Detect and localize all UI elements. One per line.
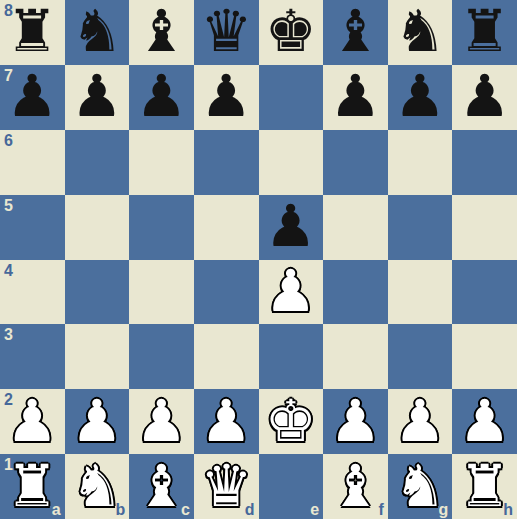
piece-black-pawn[interactable]: ♟︎ xyxy=(394,67,446,125)
square-f2[interactable]: ♟︎ xyxy=(323,389,388,454)
piece-white-pawn[interactable]: ♟︎ xyxy=(394,392,446,450)
square-a4[interactable]: 4 xyxy=(0,260,65,325)
square-e1[interactable]: e xyxy=(259,454,324,519)
piece-white-rook[interactable]: ♜︎ xyxy=(459,457,511,515)
square-d2[interactable]: ♟︎ xyxy=(194,389,259,454)
piece-black-pawn[interactable]: ♟︎ xyxy=(265,197,317,255)
square-e8[interactable]: ♚︎ xyxy=(259,0,324,65)
square-b6[interactable] xyxy=(65,130,130,195)
square-g2[interactable]: ♟︎ xyxy=(388,389,453,454)
square-g3[interactable] xyxy=(388,324,453,389)
square-f3[interactable] xyxy=(323,324,388,389)
square-h5[interactable] xyxy=(452,195,517,260)
square-g8[interactable]: ♞︎ xyxy=(388,0,453,65)
square-g4[interactable] xyxy=(388,260,453,325)
square-a3[interactable]: 3 xyxy=(0,324,65,389)
square-f4[interactable] xyxy=(323,260,388,325)
square-b7[interactable]: ♟︎ xyxy=(65,65,130,130)
square-a1[interactable]: 1a♜︎ xyxy=(0,454,65,519)
square-g1[interactable]: g♞︎ xyxy=(388,454,453,519)
rank-label-3: 3 xyxy=(4,327,13,343)
square-c6[interactable] xyxy=(129,130,194,195)
square-a5[interactable]: 5 xyxy=(0,195,65,260)
rank-label-6: 6 xyxy=(4,133,13,149)
square-d3[interactable] xyxy=(194,324,259,389)
piece-black-pawn[interactable]: ♟︎ xyxy=(6,67,58,125)
square-c8[interactable]: ♝︎ xyxy=(129,0,194,65)
piece-white-rook[interactable]: ♜︎ xyxy=(6,457,58,515)
piece-black-queen[interactable]: ♛︎ xyxy=(200,2,252,60)
square-h8[interactable]: ♜︎ xyxy=(452,0,517,65)
square-b3[interactable] xyxy=(65,324,130,389)
square-e7[interactable] xyxy=(259,65,324,130)
square-c4[interactable] xyxy=(129,260,194,325)
piece-black-pawn[interactable]: ♟︎ xyxy=(71,67,123,125)
piece-white-pawn[interactable]: ♟︎ xyxy=(459,392,511,450)
square-d7[interactable]: ♟︎ xyxy=(194,65,259,130)
piece-black-pawn[interactable]: ♟︎ xyxy=(136,67,188,125)
square-c1[interactable]: c♝︎ xyxy=(129,454,194,519)
square-b1[interactable]: b♞︎ xyxy=(65,454,130,519)
square-b5[interactable] xyxy=(65,195,130,260)
square-a2[interactable]: 2♟︎ xyxy=(0,389,65,454)
square-e4[interactable]: ♟︎ xyxy=(259,260,324,325)
piece-white-pawn[interactable]: ♟︎ xyxy=(136,392,188,450)
square-b8[interactable]: ♞︎ xyxy=(65,0,130,65)
square-e5[interactable]: ♟︎ xyxy=(259,195,324,260)
square-f5[interactable] xyxy=(323,195,388,260)
square-c3[interactable] xyxy=(129,324,194,389)
rank-label-5: 5 xyxy=(4,198,13,214)
square-d6[interactable] xyxy=(194,130,259,195)
square-e3[interactable] xyxy=(259,324,324,389)
square-f1[interactable]: f♝︎ xyxy=(323,454,388,519)
square-f8[interactable]: ♝︎ xyxy=(323,0,388,65)
piece-black-pawn[interactable]: ♟︎ xyxy=(329,67,381,125)
piece-black-pawn[interactable]: ♟︎ xyxy=(200,67,252,125)
square-h6[interactable] xyxy=(452,130,517,195)
piece-black-knight[interactable]: ♞︎ xyxy=(394,2,446,60)
piece-black-bishop[interactable]: ♝︎ xyxy=(136,2,188,60)
piece-white-bishop[interactable]: ♝︎ xyxy=(329,457,381,515)
piece-white-knight[interactable]: ♞︎ xyxy=(394,457,446,515)
square-f7[interactable]: ♟︎ xyxy=(323,65,388,130)
square-a6[interactable]: 6 xyxy=(0,130,65,195)
square-h7[interactable]: ♟︎ xyxy=(452,65,517,130)
square-g5[interactable] xyxy=(388,195,453,260)
square-d1[interactable]: d♛︎ xyxy=(194,454,259,519)
piece-white-king[interactable]: ♚︎ xyxy=(265,392,317,450)
piece-black-king[interactable]: ♚︎ xyxy=(265,2,317,60)
square-e6[interactable] xyxy=(259,130,324,195)
piece-white-queen[interactable]: ♛︎ xyxy=(200,457,252,515)
square-a8[interactable]: 8♜︎ xyxy=(0,0,65,65)
square-d8[interactable]: ♛︎ xyxy=(194,0,259,65)
square-d5[interactable] xyxy=(194,195,259,260)
piece-white-pawn[interactable]: ♟︎ xyxy=(71,392,123,450)
square-g6[interactable] xyxy=(388,130,453,195)
square-c7[interactable]: ♟︎ xyxy=(129,65,194,130)
piece-black-rook[interactable]: ♜︎ xyxy=(459,2,511,60)
piece-black-knight[interactable]: ♞︎ xyxy=(71,2,123,60)
rank-label-4: 4 xyxy=(4,263,13,279)
chess-board: 8♜︎♞︎♝︎♛︎♚︎♝︎♞︎♜︎7♟︎♟︎♟︎♟︎♟︎♟︎♟︎65♟︎4♟︎3… xyxy=(0,0,517,519)
file-label-e: e xyxy=(310,502,319,518)
square-d4[interactable] xyxy=(194,260,259,325)
piece-black-pawn[interactable]: ♟︎ xyxy=(459,67,511,125)
square-h2[interactable]: ♟︎ xyxy=(452,389,517,454)
square-h3[interactable] xyxy=(452,324,517,389)
piece-white-knight[interactable]: ♞︎ xyxy=(71,457,123,515)
square-b2[interactable]: ♟︎ xyxy=(65,389,130,454)
square-h4[interactable] xyxy=(452,260,517,325)
square-c2[interactable]: ♟︎ xyxy=(129,389,194,454)
square-f6[interactable] xyxy=(323,130,388,195)
square-g7[interactable]: ♟︎ xyxy=(388,65,453,130)
piece-white-pawn[interactable]: ♟︎ xyxy=(265,262,317,320)
piece-white-pawn[interactable]: ♟︎ xyxy=(329,392,381,450)
square-h1[interactable]: h♜︎ xyxy=(452,454,517,519)
piece-white-pawn[interactable]: ♟︎ xyxy=(6,392,58,450)
square-e2[interactable]: ♚︎ xyxy=(259,389,324,454)
square-a7[interactable]: 7♟︎ xyxy=(0,65,65,130)
square-c5[interactable] xyxy=(129,195,194,260)
square-b4[interactable] xyxy=(65,260,130,325)
piece-black-rook[interactable]: ♜︎ xyxy=(6,2,58,60)
piece-white-bishop[interactable]: ♝︎ xyxy=(136,457,188,515)
piece-black-bishop[interactable]: ♝︎ xyxy=(329,2,381,60)
piece-white-pawn[interactable]: ♟︎ xyxy=(200,392,252,450)
